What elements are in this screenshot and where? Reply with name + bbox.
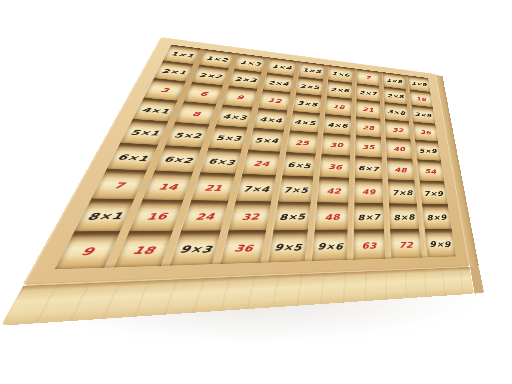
roller-r3c9[interactable]: 3×9 (411, 106, 435, 124)
column-channel-7: 72×72128356×7498×763 (353, 69, 385, 260)
problem-label: 6×7 (358, 163, 379, 173)
answer-label: 18 (332, 102, 345, 110)
problem-label: 6×1 (116, 151, 151, 162)
answer-label: 32 (392, 126, 404, 133)
problem-label: 6×5 (287, 160, 312, 170)
answer-label: 8 (191, 109, 202, 117)
roller-r9c2[interactable]: 18 (115, 232, 173, 267)
problem-label: 7×5 (283, 184, 309, 194)
roller-r8c4[interactable]: 32 (229, 202, 271, 231)
roller-r8c1[interactable]: 8×1 (74, 200, 134, 232)
answer-label: 49 (362, 186, 376, 195)
roller-r9c4[interactable]: 36 (221, 231, 266, 264)
problem-label: 2×2 (198, 71, 223, 79)
roller-r3c6[interactable]: 18 (325, 97, 351, 116)
roller-r4c5[interactable]: 4×5 (290, 112, 320, 133)
roller-r9c9[interactable]: 9×9 (425, 230, 456, 257)
problem-label: 2×7 (359, 89, 377, 96)
answer-label: 7 (113, 179, 128, 190)
roller-r7c9[interactable]: 7×9 (419, 181, 447, 204)
roller-r4c9[interactable]: 36 (413, 122, 438, 141)
problem-label: 2×5 (300, 82, 320, 90)
roller-r8c9[interactable]: 8×9 (422, 205, 452, 230)
problem-label: 8×8 (392, 212, 415, 222)
problem-label: 8×9 (426, 212, 448, 222)
roller-r6c7[interactable]: 6×7 (355, 157, 383, 180)
roller-r6c9[interactable]: 54 (417, 160, 444, 181)
roller-r2c1[interactable]: 2×1 (154, 61, 193, 82)
problem-label: 6×2 (163, 153, 195, 164)
answer-label: 16 (145, 210, 169, 222)
problem-label: 2×1 (161, 67, 188, 76)
answer-label: 36 (420, 128, 432, 135)
roller-r2c7[interactable]: 2×7 (356, 84, 379, 102)
roller-r4c7[interactable]: 28 (356, 117, 381, 137)
answer-label: 63 (361, 239, 376, 250)
answer-label: 25 (295, 138, 309, 146)
roller-r7c7[interactable]: 49 (354, 179, 383, 203)
roller-r6c4[interactable]: 24 (243, 151, 280, 176)
problem-label: 5×9 (418, 147, 437, 155)
answer-label: 32 (241, 210, 260, 221)
problem-label: 4×6 (327, 120, 347, 128)
answer-label: 24 (253, 158, 271, 168)
roller-r5c5[interactable]: 25 (286, 131, 318, 153)
roller-r8c5[interactable]: 8×5 (273, 202, 310, 230)
roller-r2c9[interactable]: 18 (410, 90, 433, 107)
roller-r3c2[interactable]: 6 (184, 83, 222, 104)
roller-r6c6[interactable]: 36 (320, 155, 350, 178)
roller-r7c2[interactable]: 14 (143, 172, 192, 200)
problem-label: 1×3 (239, 59, 261, 67)
answer-label: 28 (362, 123, 374, 131)
roller-r2c3[interactable]: 2×3 (229, 69, 262, 89)
answer-label: 7 (365, 74, 371, 80)
roller-r5c9[interactable]: 5×9 (415, 140, 441, 160)
roller-r8c8[interactable]: 8×8 (389, 204, 419, 229)
answer-label: 21 (362, 105, 374, 113)
problem-label: 9×3 (178, 242, 214, 255)
answer-label: 14 (157, 180, 179, 191)
problem-label: 5×2 (173, 130, 202, 139)
problem-label: 3×9 (415, 110, 432, 118)
problem-label: 4×3 (222, 112, 248, 121)
roller-r5c6[interactable]: 30 (322, 134, 351, 156)
roller-r3c3[interactable]: 9 (223, 87, 258, 108)
roller-r8c2[interactable]: 16 (130, 200, 183, 231)
wooden-tray: 1×12×134×15×16×178×191×22×2685×26×214161… (22, 37, 470, 286)
roller-r6c8[interactable]: 48 (387, 158, 414, 180)
roller-r6c1[interactable]: 6×1 (107, 144, 158, 171)
roller-r4c3[interactable]: 4×3 (216, 105, 253, 127)
answer-label: 35 (362, 143, 375, 151)
problem-label: 2×3 (234, 75, 257, 83)
answer-label: 42 (326, 185, 341, 194)
answer-label: 48 (324, 211, 339, 222)
roller-r5c2[interactable]: 5×2 (166, 123, 209, 147)
roller-r4c4[interactable]: 4×4 (254, 109, 287, 131)
problem-label: 4×4 (259, 115, 283, 124)
problem-label: 8×5 (279, 211, 306, 222)
roller-r4c1[interactable]: 4×1 (133, 98, 178, 121)
problem-label: 5×4 (254, 136, 279, 145)
problem-label: 6×3 (207, 156, 236, 167)
problem-label: 5×1 (129, 127, 161, 137)
answer-label: 9 (79, 243, 98, 257)
answer-label: 18 (415, 95, 426, 101)
roller-r3c1[interactable]: 3 (144, 79, 186, 101)
roller-r5c1[interactable]: 5×1 (120, 120, 168, 145)
roller-grid: 1×12×134×15×16×178×191×22×2685×26×214161… (55, 45, 456, 270)
roller-r9c8[interactable]: 72 (390, 230, 421, 258)
answer-label: 72 (399, 239, 413, 250)
photo-stage: 1×12×134×15×16×178×191×22×2685×26×214161… (0, 0, 512, 384)
roller-r5c4[interactable]: 5×4 (248, 129, 283, 152)
roller-r3c5[interactable]: 3×5 (293, 94, 322, 114)
roller-r6c5[interactable]: 6×5 (282, 153, 315, 177)
problem-label: 7×9 (423, 188, 444, 197)
problem-label: 5×3 (215, 133, 242, 142)
roller-r6c2[interactable]: 6×2 (155, 146, 201, 172)
roller-r5c7[interactable]: 35 (355, 136, 381, 157)
problem-label: 1×9 (411, 80, 427, 87)
roller-r7c3[interactable]: 21 (191, 173, 235, 200)
roller-r2c6[interactable]: 2×6 (327, 80, 352, 98)
answer-label: 18 (131, 242, 158, 255)
roller-r2c5[interactable]: 2×5 (296, 77, 323, 96)
answer-label: 6 (199, 90, 210, 98)
roller-r9c1[interactable]: 9 (55, 232, 120, 269)
problem-label: 1×5 (302, 66, 321, 74)
roller-r6c3[interactable]: 6×3 (200, 148, 241, 173)
problem-label: 4×5 (294, 118, 316, 127)
roller-r9c7[interactable]: 63 (353, 231, 385, 260)
problem-label: 9×5 (274, 240, 303, 252)
problem-label: 8×7 (357, 211, 380, 222)
answer-label: 48 (394, 165, 406, 174)
roller-r5c3[interactable]: 5×3 (208, 126, 247, 150)
problem-label: 7×4 (242, 183, 270, 193)
answer-label: 40 (393, 145, 406, 153)
roller-r9c3[interactable]: 9×3 (170, 232, 221, 266)
answer-label: 3 (160, 86, 172, 94)
roller-r7c5[interactable]: 7×5 (278, 176, 313, 202)
answer-label: 12 (267, 96, 282, 104)
roller-r4c8[interactable]: 32 (385, 120, 410, 140)
answer-label: 36 (233, 241, 254, 253)
roller-r9c5[interactable]: 9×5 (268, 231, 308, 262)
roller-r4c6[interactable]: 4×6 (324, 114, 351, 135)
answer-label: 30 (330, 141, 343, 149)
problem-label: 1×4 (272, 63, 293, 71)
roller-r8c3[interactable]: 24 (181, 201, 228, 231)
problem-label: 4×1 (140, 105, 170, 115)
problem-label: 2×6 (330, 86, 349, 93)
problem-label: 3×8 (388, 108, 406, 116)
problem-label: 9×6 (317, 240, 344, 251)
roller-r7c4[interactable]: 7×4 (236, 175, 275, 201)
answer-label: 24 (195, 210, 216, 222)
problem-label: 2×4 (268, 79, 289, 87)
answer-label: 36 (328, 162, 343, 171)
roller-r3c8[interactable]: 3×8 (385, 103, 409, 122)
answer-label: 21 (204, 182, 224, 192)
roller-r8c7[interactable]: 8×7 (354, 204, 384, 230)
roller-r3c4[interactable]: 12 (259, 90, 291, 110)
roller-r5c8[interactable]: 40 (386, 138, 412, 159)
problem-label: 1×2 (205, 54, 229, 62)
problem-label: 8×1 (85, 209, 124, 222)
problem-label: 2×8 (386, 92, 404, 99)
roller-r7c8[interactable]: 7×8 (388, 180, 416, 204)
problem-label: 9×9 (429, 238, 451, 248)
roller-r9c6[interactable]: 9×6 (312, 231, 347, 261)
roller-r4c2[interactable]: 8 (176, 102, 216, 125)
problem-label: 3×5 (297, 99, 318, 108)
roller-r3c7[interactable]: 21 (356, 100, 380, 119)
problem-label: 1×8 (386, 77, 403, 84)
multiplication-board: 1×12×134×15×16×178×191×22×2685×26×214161… (22, 37, 470, 286)
answer-label: 9 (236, 93, 245, 101)
answer-label: 54 (424, 166, 436, 175)
roller-r2c8[interactable]: 2×8 (384, 87, 407, 105)
roller-r2c4[interactable]: 2×4 (263, 73, 293, 92)
roller-r7c6[interactable]: 42 (317, 178, 349, 203)
problem-label: 7×8 (391, 187, 412, 196)
roller-r8c6[interactable]: 48 (315, 203, 348, 230)
problem-label: 1×1 (169, 50, 195, 59)
problem-label: 1×6 (332, 70, 350, 78)
roller-r2c2[interactable]: 2×2 (192, 65, 228, 85)
roller-r7c1[interactable]: 7 (91, 170, 146, 199)
